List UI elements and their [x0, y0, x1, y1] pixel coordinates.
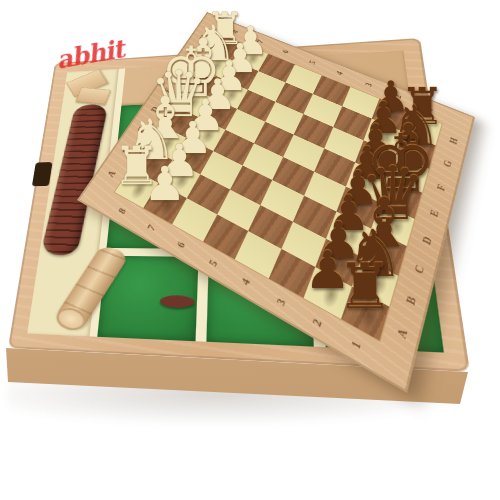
- rank-label-left: 8: [116, 206, 128, 216]
- rank-label-right: 7: [254, 38, 264, 44]
- piece-shadow: [341, 221, 363, 250]
- file-label-bottom: G: [440, 158, 453, 169]
- piece-shadow: [360, 171, 381, 197]
- piece-shadow: [170, 168, 193, 193]
- piece-shadow: [402, 162, 422, 188]
- file-label-bottom: A: [394, 325, 410, 341]
- file-label-bottom: F: [434, 182, 448, 192]
- piece-shadow: [183, 92, 204, 113]
- file-label-bottom: D: [419, 234, 434, 247]
- piece-shadow: [367, 267, 390, 300]
- file-label-top: A: [105, 168, 118, 178]
- rank-label-right: 2: [392, 93, 404, 100]
- piece-shadow: [218, 39, 237, 57]
- file-label-top: D: [148, 105, 160, 114]
- file-label-bottom: H: [446, 135, 459, 145]
- file-label-bottom: C: [411, 262, 426, 276]
- rank-label-right: 3: [362, 81, 373, 88]
- piece-shadow: [357, 298, 381, 333]
- product-photo-stage: AABBCCDDEEFFGGHH8877665544332211 ♜♞♝♛♚♝♞…: [0, 0, 500, 500]
- rank-label-left: 1: [347, 338, 362, 351]
- rank-label-left: 5: [206, 257, 220, 268]
- rank-label-right: 4: [334, 70, 345, 77]
- piece-shadow: [222, 85, 242, 105]
- piece-shadow: [319, 278, 343, 312]
- piece-shadow: [156, 191, 180, 218]
- file-label-bottom: B: [403, 293, 418, 307]
- wooden-block[interactable]: [75, 87, 111, 105]
- piece-shadow: [196, 73, 216, 93]
- piece-shadow: [416, 118, 435, 141]
- rank-label-right: 5: [306, 59, 317, 66]
- rank-label-left: 4: [239, 276, 253, 288]
- piece-shadow: [243, 49, 262, 67]
- piece-shadow: [384, 105, 403, 127]
- piece-shadow: [233, 66, 252, 85]
- piece-shadow: [368, 148, 388, 173]
- file-label-top: F: [174, 68, 185, 75]
- piece-shadow: [207, 56, 226, 75]
- rank-label-right: 8: [230, 29, 240, 35]
- file-label-top: C: [135, 125, 147, 134]
- file-label-top: G: [186, 50, 197, 58]
- rank-label-right: 6: [280, 48, 291, 54]
- piece-shadow: [197, 124, 218, 147]
- file-label-top: B: [120, 146, 132, 155]
- file-label-top: E: [162, 86, 173, 94]
- rank-label-left: 7: [144, 222, 157, 232]
- piece-shadow: [377, 126, 396, 149]
- piece-shadow: [385, 211, 407, 240]
- rank-label-left: 2: [309, 316, 324, 329]
- piece-shadow: [210, 104, 231, 125]
- file-label-top: H: [197, 34, 208, 41]
- piece-shadow: [376, 238, 398, 269]
- rank-label-right: 1: [422, 105, 434, 113]
- rank-label-left: 3: [273, 296, 287, 308]
- piece-shadow: [350, 195, 372, 223]
- piece-shadow: [409, 139, 428, 163]
- file-label-bottom: E: [427, 207, 441, 218]
- piece-shadow: [330, 249, 353, 280]
- piece-shadow: [184, 145, 206, 169]
- piece-shadow: [170, 111, 191, 133]
- rank-label-left: 6: [174, 239, 187, 250]
- piece-shadow: [394, 186, 415, 213]
